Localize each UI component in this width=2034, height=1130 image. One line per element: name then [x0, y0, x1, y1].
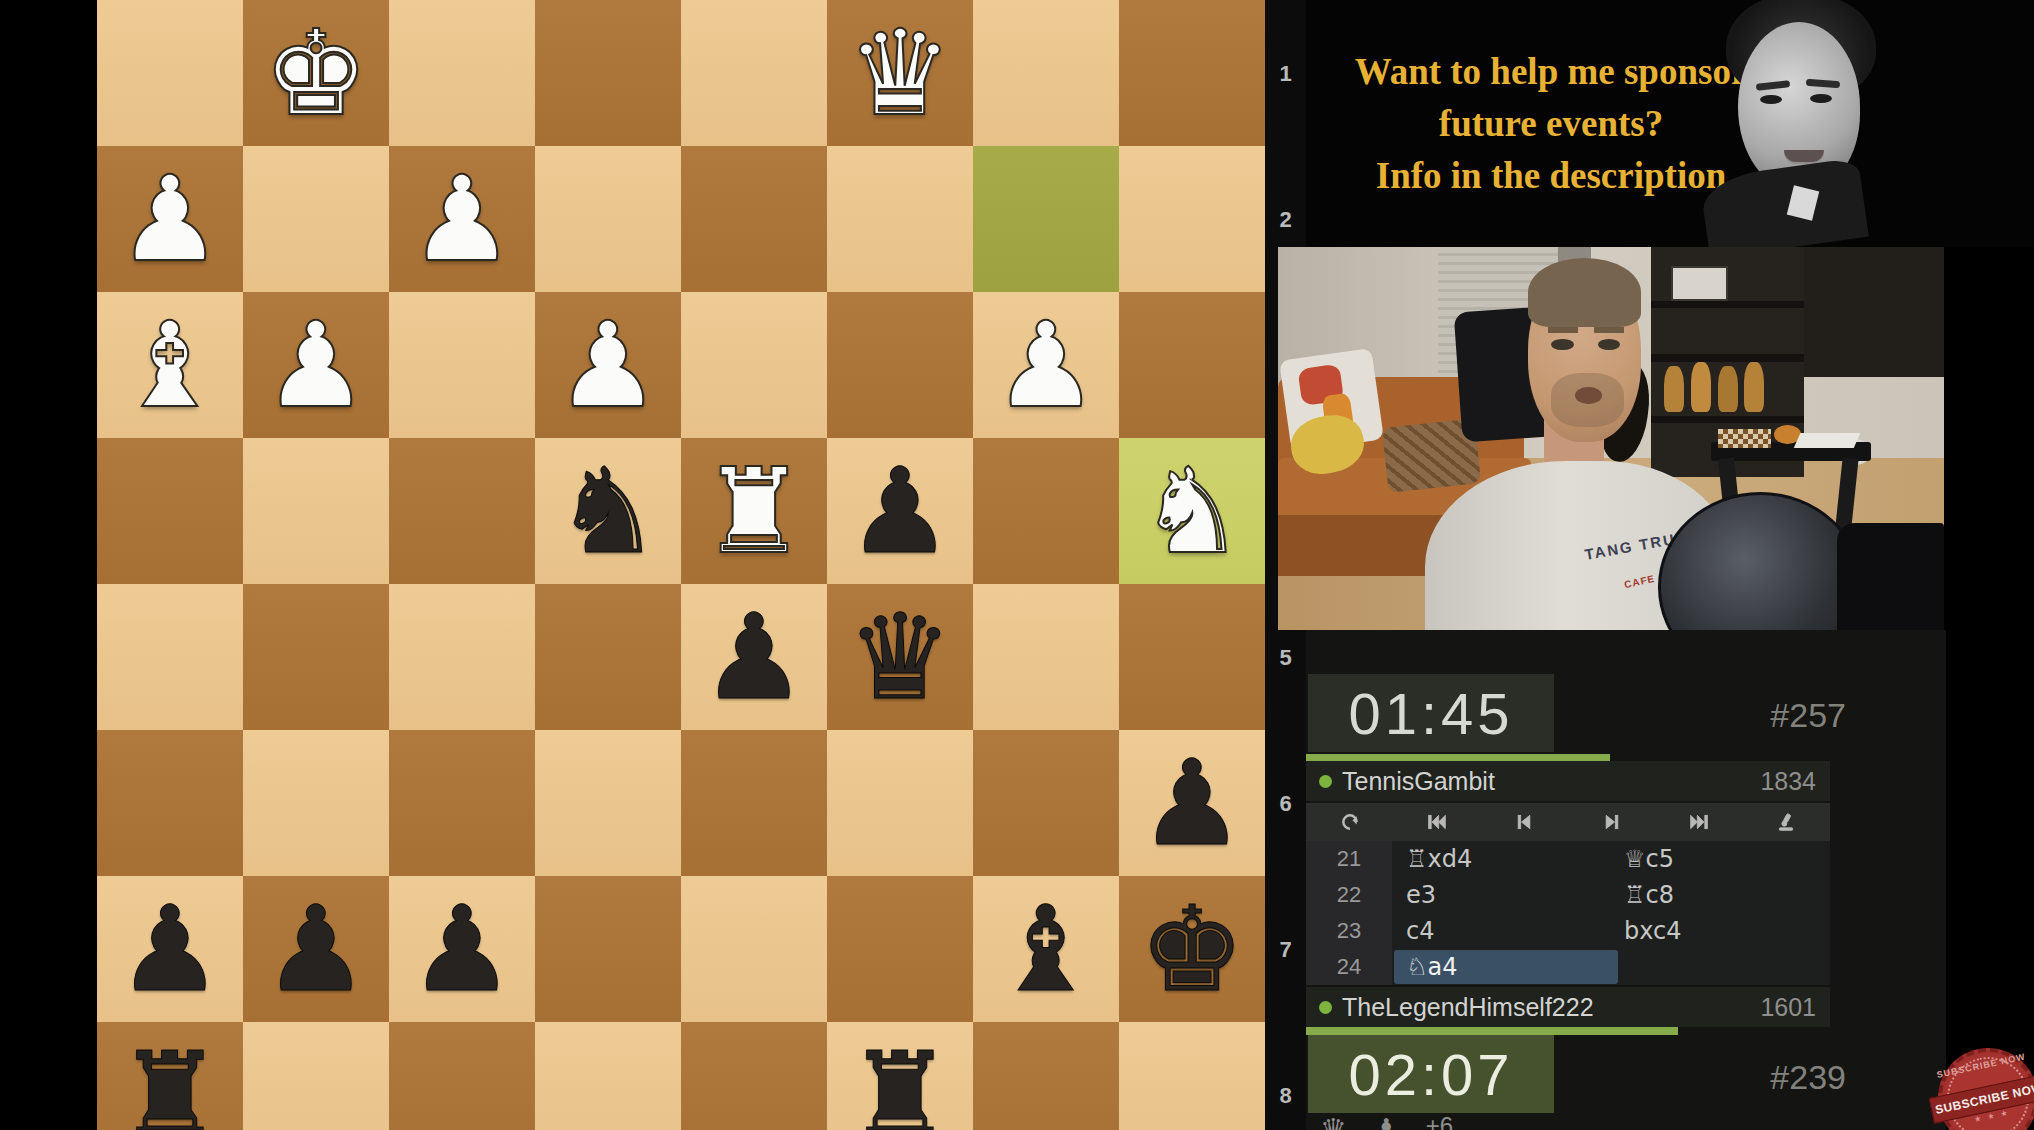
black-tournament-rank: #239	[1726, 1058, 1846, 1097]
board-square[interactable]: ♞	[535, 438, 681, 584]
white-bishop[interactable]: ♝	[97, 292, 243, 438]
white-pawn[interactable]: ♟	[535, 292, 681, 438]
board-square[interactable]	[1119, 584, 1265, 730]
black-pawn[interactable]: ♟	[1119, 730, 1265, 876]
black-knight[interactable]: ♞	[535, 438, 681, 584]
board-square[interactable]	[1119, 146, 1265, 292]
last-move-icon[interactable]	[1684, 810, 1714, 834]
board-square[interactable]: ♟	[97, 876, 243, 1022]
analysis-microscope-icon[interactable]	[1771, 810, 1801, 834]
trophy	[1691, 362, 1711, 412]
board-square[interactable]: ♟	[243, 292, 389, 438]
board-square[interactable]	[973, 1022, 1119, 1130]
black-queen[interactable]: ♛	[827, 584, 973, 730]
board-square[interactable]	[681, 876, 827, 1022]
white-move[interactable]: ♘a4	[1406, 949, 1458, 985]
board-square[interactable]: ♟	[973, 292, 1119, 438]
captured-pieces-row: ♛ ♟ +6	[1320, 1112, 1453, 1130]
chess-board[interactable]: ♚♛♟♟♝♟♟♟♞♜♟♞♟♛♟♟♟♟♝♚♜♜	[97, 0, 1265, 1130]
sponsor-banner: Want to help me sponsor future events? I…	[1306, 0, 2034, 247]
portrait-eye	[1810, 94, 1832, 103]
replay-loop-icon[interactable]	[1335, 810, 1365, 834]
trophy	[1744, 362, 1764, 412]
move-row: 24♘a4	[1306, 949, 1830, 985]
board-square[interactable]	[97, 438, 243, 584]
portrait-eye	[1760, 95, 1782, 104]
white-tournament-rank: #257	[1726, 696, 1846, 735]
rank-label-1: 1	[1265, 61, 1306, 87]
board-square[interactable]: ♝	[97, 292, 243, 438]
first-move-icon[interactable]	[1422, 810, 1452, 834]
board-square[interactable]	[973, 584, 1119, 730]
board-square[interactable]	[973, 438, 1119, 584]
mini-chessboard	[1718, 429, 1771, 448]
board-square[interactable]: ♚	[1119, 876, 1265, 1022]
move-row: 22e3♖c8	[1306, 877, 1830, 913]
board-square[interactable]	[535, 146, 681, 292]
webcam-video: TANG TRU CAFE	[1278, 247, 1944, 630]
black-pawn[interactable]: ♟	[827, 438, 973, 584]
board-square[interactable]: ♜	[681, 438, 827, 584]
rank-label-2: 2	[1265, 207, 1306, 233]
board-square[interactable]: ♟	[389, 146, 535, 292]
black-time-bar	[1306, 1027, 1678, 1035]
rank-label-7: 7	[1265, 937, 1306, 963]
black-pawn[interactable]: ♟	[97, 876, 243, 1022]
white-pawn[interactable]: ♟	[97, 146, 243, 292]
board-square[interactable]	[827, 292, 973, 438]
board-square[interactable]	[535, 730, 681, 876]
move-controls	[1306, 803, 1830, 841]
board-square[interactable]	[535, 0, 681, 146]
board-square[interactable]	[97, 584, 243, 730]
black-bishop[interactable]: ♝	[973, 876, 1119, 1022]
online-dot	[1319, 775, 1332, 788]
rank-label-8: 8	[1265, 1083, 1306, 1109]
black-move[interactable]: bxc4	[1624, 913, 1681, 949]
board-square[interactable]	[535, 1022, 681, 1130]
black-player-name[interactable]: TheLegendHimself222	[1342, 993, 1760, 1022]
rank-label-5: 5	[1265, 645, 1306, 671]
board-square[interactable]	[681, 292, 827, 438]
white-move[interactable]: ♖xd4	[1406, 841, 1472, 877]
trophy	[1664, 366, 1684, 412]
move-number: 22	[1306, 877, 1392, 913]
white-player-name[interactable]: TennisGambit	[1342, 767, 1760, 796]
rank-label-6: 6	[1265, 791, 1306, 817]
move-number: 24	[1306, 949, 1392, 985]
board-square[interactable]: ♟	[535, 292, 681, 438]
white-pawn[interactable]: ♟	[389, 146, 535, 292]
black-rook[interactable]: ♜	[827, 1022, 973, 1130]
white-player-rating: 1834	[1760, 767, 1816, 796]
person-stubble	[1551, 373, 1624, 427]
board-square[interactable]	[1119, 0, 1265, 146]
next-move-icon[interactable]	[1597, 810, 1627, 834]
white-player-row[interactable]: TennisGambit 1834	[1306, 761, 1830, 801]
board-square[interactable]: ♜	[827, 1022, 973, 1130]
black-pawn[interactable]: ♟	[681, 584, 827, 730]
previous-move-icon[interactable]	[1509, 810, 1539, 834]
board-square[interactable]	[827, 730, 973, 876]
captured-queen-icon: ♛	[1320, 1112, 1347, 1130]
board-square[interactable]	[827, 876, 973, 1022]
board-square[interactable]: ♟	[827, 438, 973, 584]
black-clock-active: 02:07	[1308, 1035, 1554, 1113]
white-move[interactable]: c4	[1406, 913, 1434, 949]
board-square[interactable]	[973, 146, 1119, 292]
board-square[interactable]	[389, 730, 535, 876]
board-square[interactable]: ♟	[681, 584, 827, 730]
banner-line-1: Want to help me sponsor	[1355, 50, 1748, 93]
board-square[interactable]	[243, 438, 389, 584]
move-number: 23	[1306, 913, 1392, 949]
white-time-bar	[1306, 754, 1610, 761]
board-square[interactable]	[389, 438, 535, 584]
game-info-panel: 01:45 #257 TennisGambit 1834	[1306, 630, 1946, 1130]
board-square[interactable]: ♛	[827, 584, 973, 730]
move-row: 21♖xd4♕c5	[1306, 841, 1830, 877]
black-pawn[interactable]: ♟	[389, 876, 535, 1022]
white-king[interactable]: ♚	[243, 0, 389, 146]
move-row: 23c4bxc4	[1306, 913, 1830, 949]
black-move[interactable]: ♕c5	[1624, 841, 1674, 877]
board-square[interactable]	[389, 584, 535, 730]
board-square[interactable]	[681, 146, 827, 292]
board-square[interactable]: ♚	[243, 0, 389, 146]
board-square[interactable]	[243, 730, 389, 876]
board-square[interactable]: ♟	[243, 876, 389, 1022]
board-square[interactable]	[389, 292, 535, 438]
board-square[interactable]	[97, 730, 243, 876]
board-square[interactable]	[973, 0, 1119, 146]
black-rook[interactable]: ♜	[97, 1022, 243, 1130]
black-player-row[interactable]: TheLegendHimself222 1601	[1306, 987, 1830, 1027]
white-rook[interactable]: ♜	[681, 438, 827, 584]
white-clock: 01:45	[1308, 674, 1554, 752]
white-pawn[interactable]: ♟	[973, 292, 1119, 438]
move-list: 21♖xd4♕c522e3♖c823c4bxc424♘a4	[1306, 841, 1830, 985]
black-player-rating: 1601	[1760, 993, 1816, 1022]
white-paper	[1794, 433, 1861, 448]
banner-line-2: future events?	[1439, 102, 1663, 145]
board-square[interactable]	[243, 1022, 389, 1130]
board-square[interactable]	[681, 1022, 827, 1130]
board-square[interactable]	[243, 584, 389, 730]
move-number: 21	[1306, 841, 1392, 877]
stream-frame: ♚♛♟♟♝♟♟♟♞♜♟♞♟♛♟♟♟♟♝♚♜♜ 12345678 Want to …	[0, 0, 2034, 1130]
shelf-frame	[1671, 266, 1728, 301]
board-square[interactable]	[243, 146, 389, 292]
board-square[interactable]: ♟	[1119, 730, 1265, 876]
board-square[interactable]	[681, 730, 827, 876]
online-dot	[1319, 1001, 1332, 1014]
white-pawn[interactable]: ♟	[243, 292, 389, 438]
board-square[interactable]	[389, 0, 535, 146]
black-king[interactable]: ♚	[1119, 876, 1265, 1022]
board-square[interactable]	[97, 0, 243, 146]
board-square[interactable]	[973, 730, 1119, 876]
board-square[interactable]: ♟	[389, 876, 535, 1022]
white-knight[interactable]: ♞	[1119, 438, 1265, 584]
board-square[interactable]: ♟	[97, 146, 243, 292]
white-move[interactable]: e3	[1406, 877, 1436, 913]
board-square[interactable]	[827, 146, 973, 292]
trophy	[1718, 366, 1738, 412]
board-square[interactable]	[1119, 292, 1265, 438]
person-hair	[1528, 258, 1641, 327]
board-square[interactable]	[535, 584, 681, 730]
banner-line-3: Info in the description	[1376, 154, 1727, 197]
material-advantage: +6	[1426, 1112, 1453, 1130]
portrait-mouth	[1784, 150, 1824, 162]
white-queen[interactable]: ♛	[827, 0, 973, 146]
board-square[interactable]: ♛	[827, 0, 973, 146]
board-square[interactable]	[681, 0, 827, 146]
board-square[interactable]	[1119, 1022, 1265, 1130]
tal-portrait-photo	[1698, 0, 1918, 247]
portrait-suit	[1699, 157, 1869, 247]
chair-armrest	[1837, 523, 1944, 630]
board-square[interactable]	[535, 876, 681, 1022]
black-move[interactable]: ♖c8	[1624, 877, 1674, 913]
board-square[interactable]	[389, 1022, 535, 1130]
captured-pawn-icon: ♟	[1373, 1112, 1400, 1130]
black-pawn[interactable]: ♟	[243, 876, 389, 1022]
board-square[interactable]: ♜	[97, 1022, 243, 1130]
board-square[interactable]: ♝	[973, 876, 1119, 1022]
board-square[interactable]: ♞	[1119, 438, 1265, 584]
